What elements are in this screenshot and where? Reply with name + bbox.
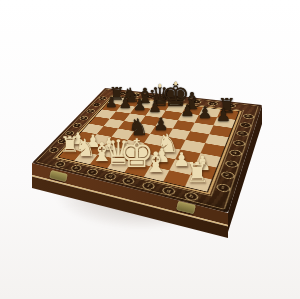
light-wood-finial — [174, 81, 177, 85]
frame-coordinate-coin: 5 — [78, 116, 89, 121]
frame-coordinate-coin: 6 — [85, 109, 96, 114]
piece-black-pawn-h7[interactable]: ♟ — [216, 107, 231, 124]
piece-white-rook-h1[interactable]: ♜ — [185, 159, 209, 186]
chess-set-photo: aa88bb77cc66dd55ee44ff33gg22hh11 ♜♞♝♛♚♝♜… — [0, 0, 300, 299]
piece-black-pawn-f7[interactable]: ♟ — [180, 103, 194, 119]
frame-coordinate-coin: b — [69, 164, 83, 172]
frame-coordinate-coin: h — [183, 191, 199, 202]
piece-black-pawn-a7[interactable]: ♟ — [105, 95, 118, 109]
frame-coordinate-coin: 1 — [215, 183, 231, 193]
piece-white-bishop-f1[interactable]: ♝ — [143, 149, 168, 177]
frame-coordinate-coin: c — [86, 168, 100, 176]
frame-coordinate-coin: e — [121, 176, 136, 185]
piece-black-pawn-b7[interactable]: ♟ — [118, 96, 131, 111]
piece-black-pawn-g7[interactable]: ♟ — [198, 106, 212, 122]
frame-coordinate-coin: 1 — [47, 146, 60, 153]
frame-coordinate-coin: a — [54, 160, 68, 168]
frame-coordinate-coin: 4 — [71, 123, 83, 129]
frame-coordinate-coin: 2 — [220, 171, 235, 180]
frame-coordinate-coin: 7 — [91, 102, 102, 107]
piece-black-pawn-d7[interactable]: ♟ — [148, 100, 161, 115]
frame-coordinate-coin: f — [141, 181, 156, 191]
frame-coordinate-coin: d — [103, 172, 118, 181]
piece-black-pawn-c7[interactable]: ♟ — [133, 98, 146, 113]
frame-coordinate-coin: 4 — [228, 149, 242, 157]
frame-coordinate-coin: 7 — [239, 122, 252, 128]
frame-coordinate-coin: 3 — [224, 160, 239, 169]
frame-coordinate-coin: 5 — [232, 139, 246, 146]
frame-coordinate-coin: g — [161, 186, 177, 196]
frame-coordinate-coin: 6 — [235, 130, 248, 137]
frame-coordinate-coin: 8 — [242, 114, 255, 120]
